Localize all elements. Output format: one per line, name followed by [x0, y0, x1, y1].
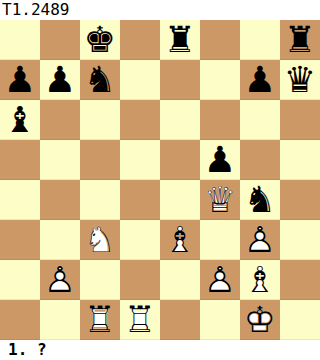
square-b6[interactable] — [40, 100, 80, 140]
black-rook-icon: ♜ — [280, 20, 320, 60]
square-a3[interactable] — [0, 220, 40, 260]
square-b4[interactable] — [40, 180, 80, 220]
square-b1[interactable] — [40, 300, 80, 340]
white-king-icon: ♚♔ — [240, 300, 280, 340]
square-h4[interactable] — [280, 180, 320, 220]
square-d6[interactable] — [120, 100, 160, 140]
white-queen-icon: ♛♕ — [200, 180, 240, 220]
square-a7[interactable]: ♟ — [0, 60, 40, 100]
white-rook-icon: ♜♖ — [80, 300, 120, 340]
square-c6[interactable] — [80, 100, 120, 140]
square-d8[interactable] — [120, 20, 160, 60]
black-pawn-icon: ♟ — [240, 60, 280, 100]
white-knight-icon: ♞♘ — [80, 220, 120, 260]
white-bishop-icon: ♝♗ — [160, 220, 200, 260]
square-e6[interactable] — [160, 100, 200, 140]
square-h2[interactable] — [280, 260, 320, 300]
black-bishop-icon: ♝ — [0, 100, 40, 140]
square-e5[interactable] — [160, 140, 200, 180]
square-a2[interactable] — [0, 260, 40, 300]
square-h3[interactable] — [280, 220, 320, 260]
square-g3[interactable]: ♟♙ — [240, 220, 280, 260]
square-c5[interactable] — [80, 140, 120, 180]
square-b5[interactable] — [40, 140, 80, 180]
black-knight-icon: ♞ — [80, 60, 120, 100]
square-c8[interactable]: ♚ — [80, 20, 120, 60]
square-h1[interactable] — [280, 300, 320, 340]
square-f2[interactable]: ♟♙ — [200, 260, 240, 300]
square-f3[interactable] — [200, 220, 240, 260]
square-f7[interactable] — [200, 60, 240, 100]
black-pawn-icon: ♟ — [0, 60, 40, 100]
square-e8[interactable]: ♜ — [160, 20, 200, 60]
square-g2[interactable]: ♝♗ — [240, 260, 280, 300]
black-king-icon: ♚ — [80, 20, 120, 60]
square-c4[interactable] — [80, 180, 120, 220]
square-f5[interactable]: ♟ — [200, 140, 240, 180]
white-pawn-icon: ♟♙ — [40, 260, 80, 300]
puzzle-title: T1.2489 — [0, 0, 320, 20]
square-e7[interactable] — [160, 60, 200, 100]
square-e1[interactable] — [160, 300, 200, 340]
square-a6[interactable]: ♝ — [0, 100, 40, 140]
square-a8[interactable] — [0, 20, 40, 60]
square-g1[interactable]: ♚♔ — [240, 300, 280, 340]
square-c3[interactable]: ♞♘ — [80, 220, 120, 260]
black-pawn-icon: ♟ — [40, 60, 80, 100]
square-a1[interactable] — [0, 300, 40, 340]
square-h5[interactable] — [280, 140, 320, 180]
square-a4[interactable] — [0, 180, 40, 220]
square-b3[interactable] — [40, 220, 80, 260]
square-d1[interactable]: ♜♖ — [120, 300, 160, 340]
square-d7[interactable] — [120, 60, 160, 100]
square-g6[interactable] — [240, 100, 280, 140]
square-f8[interactable] — [200, 20, 240, 60]
square-e3[interactable]: ♝♗ — [160, 220, 200, 260]
square-c1[interactable]: ♜♖ — [80, 300, 120, 340]
square-f6[interactable] — [200, 100, 240, 140]
square-c2[interactable] — [80, 260, 120, 300]
square-d5[interactable] — [120, 140, 160, 180]
square-d4[interactable] — [120, 180, 160, 220]
square-g8[interactable] — [240, 20, 280, 60]
square-f1[interactable] — [200, 300, 240, 340]
black-knight-icon: ♞ — [240, 180, 280, 220]
white-rook-icon: ♜♖ — [120, 300, 160, 340]
black-pawn-icon: ♟ — [200, 140, 240, 180]
move-prompt: 1. ? — [0, 340, 320, 360]
square-h8[interactable]: ♜ — [280, 20, 320, 60]
black-rook-icon: ♜ — [160, 20, 200, 60]
white-bishop-icon: ♝♗ — [240, 260, 280, 300]
square-h6[interactable] — [280, 100, 320, 140]
square-f4[interactable]: ♛♕ — [200, 180, 240, 220]
square-b8[interactable] — [40, 20, 80, 60]
square-b2[interactable]: ♟♙ — [40, 260, 80, 300]
square-g4[interactable]: ♞ — [240, 180, 280, 220]
white-pawn-icon: ♟♙ — [200, 260, 240, 300]
square-g7[interactable]: ♟ — [240, 60, 280, 100]
square-e4[interactable] — [160, 180, 200, 220]
tactics-puzzle-window: T1.2489 ♚♜♜♟♟♞♟♛♝♟♛♕♞♞♘♝♗♟♙♟♙♟♙♝♗♜♖♜♖♚♔ … — [0, 0, 320, 360]
square-h7[interactable]: ♛ — [280, 60, 320, 100]
square-d2[interactable] — [120, 260, 160, 300]
black-queen-icon: ♛ — [280, 60, 320, 100]
square-b7[interactable]: ♟ — [40, 60, 80, 100]
square-g5[interactable] — [240, 140, 280, 180]
white-pawn-icon: ♟♙ — [240, 220, 280, 260]
chess-board: ♚♜♜♟♟♞♟♛♝♟♛♕♞♞♘♝♗♟♙♟♙♟♙♝♗♜♖♜♖♚♔ — [0, 20, 320, 340]
square-a5[interactable] — [0, 140, 40, 180]
square-d3[interactable] — [120, 220, 160, 260]
square-e2[interactable] — [160, 260, 200, 300]
square-c7[interactable]: ♞ — [80, 60, 120, 100]
